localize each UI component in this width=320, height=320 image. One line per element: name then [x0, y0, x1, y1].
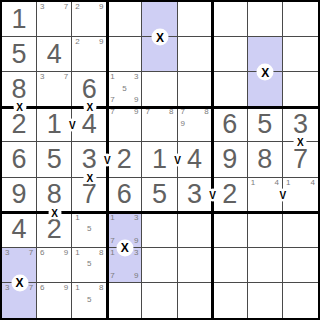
cell-r8c9[interactable] — [283, 248, 318, 283]
cell-r9c5[interactable] — [142, 283, 177, 318]
cell-value: 3 — [187, 181, 202, 208]
cell-r8c8[interactable] — [248, 248, 283, 283]
pencil-digit: 7 — [145, 108, 154, 118]
cell-r6c1[interactable]: 9 — [2, 178, 37, 213]
pencil-digit: 6 — [40, 284, 49, 295]
pencil-digit: 1 — [251, 179, 260, 189]
pencil-digit: 5 — [120, 84, 129, 94]
cell-value: 2 — [12, 111, 27, 138]
pencil-marks: 37 — [40, 73, 68, 104]
cell-value: 4 — [12, 216, 27, 243]
xv-marker-x-r1c5-below: X — [152, 29, 169, 46]
cell-r3c5[interactable] — [142, 72, 177, 107]
cell-r8c3[interactable]: 185 — [72, 248, 107, 283]
cell-value: 4 — [187, 146, 202, 173]
cell-r5c1[interactable]: 6 — [2, 142, 37, 177]
pencil-digit: 3 — [129, 214, 138, 224]
cell-r7c9[interactable] — [283, 213, 318, 248]
cell-r6c5[interactable]: 5 — [142, 178, 177, 213]
pencil-digit: 9 — [129, 94, 138, 104]
cell-r6c4[interactable]: 6 — [107, 178, 142, 213]
pencil-digit: 9 — [94, 38, 103, 48]
cell-r4c7[interactable]: 6 — [213, 107, 248, 142]
cell-value: 6 — [117, 181, 132, 208]
cell-value: 2 — [117, 146, 132, 173]
pencil-marks: 78 — [145, 108, 173, 139]
xv-marker-x-r8c1-below: X — [11, 274, 28, 291]
pencil-digit: 9 — [181, 119, 190, 129]
pencil-digit: 9 — [59, 284, 68, 295]
cell-r1c1[interactable]: 1 — [2, 2, 37, 37]
pencil-digit: 3 — [129, 73, 138, 83]
cell-r8c2[interactable]: 69 — [37, 248, 72, 283]
cell-r1c8[interactable] — [248, 2, 283, 37]
pencil-digit: 7 — [110, 270, 119, 280]
pencil-digit: 5 — [85, 224, 94, 234]
cell-r1c9[interactable] — [283, 2, 318, 37]
pencil-marks: 14 — [286, 179, 315, 210]
pencil-digit: 1 — [110, 214, 119, 224]
pencil-digit: 1 — [110, 73, 119, 83]
pencil-digit: 4 — [305, 179, 315, 189]
cell-r1c2[interactable]: 37 — [37, 2, 72, 37]
cell-r7c3[interactable]: 15 — [72, 213, 107, 248]
cell-r9c4[interactable] — [107, 283, 142, 318]
cell-r3c7[interactable] — [213, 72, 248, 107]
cell-r1c7[interactable] — [213, 2, 248, 37]
pencil-digit: 2 — [75, 38, 84, 48]
pencil-digit: 3 — [40, 3, 49, 13]
cell-r1c3[interactable]: 29 — [72, 2, 107, 37]
cell-r1c6[interactable] — [178, 2, 213, 37]
pencil-digit: 1 — [75, 249, 84, 259]
pencil-digit: 7 — [59, 73, 68, 83]
cell-r3c6[interactable] — [178, 72, 213, 107]
cell-r7c6[interactable] — [178, 213, 213, 248]
pencil-marks: 37 — [40, 3, 68, 34]
xv-marker-v-r6c8-right: V — [276, 189, 289, 202]
pencil-marks: 79 — [110, 108, 138, 139]
cell-value: 7 — [293, 146, 308, 173]
pencil-marks: 789 — [181, 108, 209, 139]
cell-r2c1[interactable]: 5 — [2, 37, 37, 72]
pencil-marks: 13579 — [110, 73, 138, 104]
cell-r8c7[interactable] — [213, 248, 248, 283]
cell-r7c1[interactable]: 4 — [2, 213, 37, 248]
pencil-digit: 1 — [286, 179, 296, 189]
cell-value: 3 — [82, 146, 97, 173]
cell-r9c6[interactable] — [178, 283, 213, 318]
pencil-marks: 29 — [75, 38, 103, 69]
cell-value: 2 — [47, 216, 62, 243]
cell-value: 5 — [257, 111, 272, 138]
cell-r1c4[interactable] — [107, 2, 142, 37]
cell-r4c8[interactable]: 5 — [248, 107, 283, 142]
cell-value: 6 — [222, 111, 237, 138]
cell-r5c2[interactable]: 5 — [37, 142, 72, 177]
cell-r9c7[interactable] — [213, 283, 248, 318]
cell-r4c5[interactable]: 78 — [142, 107, 177, 142]
xv-marker-x-r7c4-below: X — [116, 239, 133, 256]
pencil-digit: 5 — [85, 295, 94, 306]
xv-marker-x-r6c2-below: X — [48, 206, 61, 219]
pencil-marks: 185 — [75, 284, 103, 316]
cell-value: 8 — [257, 146, 272, 173]
pencil-digit: 5 — [85, 259, 94, 269]
cell-value: 8 — [12, 76, 27, 103]
cell-value: 6 — [12, 146, 27, 173]
sudoku-board: 1372954298376135792147978789653653214987… — [0, 0, 320, 320]
cell-value: 1 — [152, 146, 167, 173]
cell-value: 9 — [12, 181, 27, 208]
cell-value: 2 — [222, 181, 237, 208]
pencil-marks: 69 — [40, 249, 68, 280]
cell-value: 5 — [152, 181, 167, 208]
cell-value: 3 — [293, 111, 308, 138]
xv-marker-v-r6c6-right: V — [206, 189, 219, 202]
xv-marker-v-r4c2-right: V — [66, 118, 79, 131]
pencil-digit: 7 — [110, 108, 119, 118]
cell-value: 9 — [222, 146, 237, 173]
cell-r5c8[interactable]: 8 — [248, 142, 283, 177]
cell-r9c3[interactable]: 185 — [72, 283, 107, 318]
xv-marker-v-r5c5-right: V — [171, 154, 184, 167]
pencil-digit: 9 — [129, 270, 138, 280]
cell-r3c9[interactable] — [283, 72, 318, 107]
xv-marker-x-r5c3-below: X — [83, 171, 96, 184]
pencil-digit: 9 — [59, 249, 68, 259]
pencil-digit: 3 — [40, 73, 49, 83]
pencil-digit: 8 — [199, 108, 208, 118]
pencil-digit: 7 — [110, 94, 119, 104]
cell-r5c7[interactable]: 9 — [213, 142, 248, 177]
pencil-digit: 9 — [129, 108, 138, 118]
cell-r2c2[interactable]: 4 — [37, 37, 72, 72]
cell-r8c5[interactable] — [142, 248, 177, 283]
pencil-digit: 8 — [164, 108, 173, 118]
pencil-digit: 1 — [75, 214, 84, 224]
cell-r2c4[interactable] — [107, 37, 142, 72]
xv-marker-x-r3c3-below: X — [83, 101, 96, 114]
pencil-digit: 8 — [94, 249, 103, 259]
sudoku-grid: 1372954298376135792147978789653653214987… — [2, 2, 318, 318]
cell-value: 5 — [47, 146, 62, 173]
cell-r7c7[interactable] — [213, 213, 248, 248]
pencil-digit: 3 — [5, 249, 14, 259]
cell-value: 1 — [47, 111, 62, 138]
cell-value: 1 — [12, 6, 27, 33]
cell-value: 4 — [47, 41, 62, 68]
pencil-digit: 7 — [59, 3, 68, 13]
pencil-marks: 69 — [40, 284, 68, 316]
cell-r2c7[interactable] — [213, 37, 248, 72]
cell-r8c6[interactable] — [178, 248, 213, 283]
cell-r4c6[interactable]: 789 — [178, 107, 213, 142]
pencil-digit: 2 — [75, 3, 84, 13]
cell-value: 5 — [12, 41, 27, 68]
pencil-digit: 7 — [181, 108, 190, 118]
pencil-marks: 14 — [251, 179, 279, 210]
cell-value: 7 — [82, 181, 97, 208]
pencil-digit: 6 — [40, 249, 49, 259]
pencil-marks: 185 — [75, 249, 103, 280]
cell-r7c8[interactable] — [248, 213, 283, 248]
xv-marker-x-r4c9-below: X — [294, 136, 307, 149]
cell-r9c2[interactable]: 69 — [37, 283, 72, 318]
cell-r3c2[interactable]: 37 — [37, 72, 72, 107]
cell-r9c8[interactable] — [248, 283, 283, 318]
pencil-digit: 7 — [24, 249, 33, 259]
pencil-digit: 9 — [94, 3, 103, 13]
pencil-digit: 8 — [94, 284, 103, 295]
cell-value: 6 — [82, 76, 97, 103]
pencil-digit: 1 — [75, 284, 84, 295]
cell-r2c9[interactable] — [283, 37, 318, 72]
xv-marker-x-r2c8-below: X — [257, 64, 274, 81]
xv-marker-v-r5c3-right: V — [101, 154, 114, 167]
cell-r3c4[interactable]: 13579 — [107, 72, 142, 107]
cell-value: 8 — [47, 181, 62, 208]
xv-marker-x-r3c1-below: X — [13, 101, 26, 114]
pencil-marks: 15 — [75, 214, 103, 245]
cell-r9c9[interactable] — [283, 283, 318, 318]
cell-r2c3[interactable]: 29 — [72, 37, 107, 72]
cell-r4c4[interactable]: 79 — [107, 107, 142, 142]
cell-r2c6[interactable] — [178, 37, 213, 72]
pencil-digit: 4 — [270, 179, 279, 189]
cell-r7c5[interactable] — [142, 213, 177, 248]
cell-value: 4 — [82, 111, 97, 138]
pencil-marks: 29 — [75, 3, 103, 34]
